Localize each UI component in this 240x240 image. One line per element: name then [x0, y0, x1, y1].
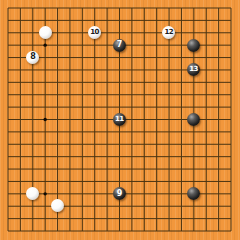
stone-Q4[interactable]: [187, 187, 200, 200]
move-number: 10: [90, 29, 99, 36]
move-number: 13: [189, 66, 198, 73]
stone-Q10[interactable]: [187, 113, 200, 126]
stone-E3[interactable]: [51, 199, 64, 212]
move-number: 8: [30, 53, 35, 61]
stone-K4[interactable]: 9: [113, 187, 126, 200]
stone-K10[interactable]: 11: [113, 113, 126, 126]
stone-N17[interactable]: 12: [162, 26, 175, 39]
stone-H17[interactable]: 10: [88, 26, 101, 39]
move-number: 12: [164, 29, 173, 36]
move-number: 9: [117, 189, 122, 197]
stone-Q16[interactable]: [187, 39, 200, 52]
stone-K16[interactable]: 7: [113, 39, 126, 52]
stone-C15[interactable]: 8: [26, 51, 39, 64]
stone-C4[interactable]: [26, 187, 39, 200]
move-number: 7: [117, 41, 122, 49]
move-number: 11: [115, 115, 124, 122]
stone-D17[interactable]: [39, 26, 52, 39]
stones-layer: 10127813119: [2, 2, 237, 237]
stone-Q14[interactable]: 13: [187, 63, 200, 76]
go-board[interactable]: 10127813119: [0, 0, 240, 240]
